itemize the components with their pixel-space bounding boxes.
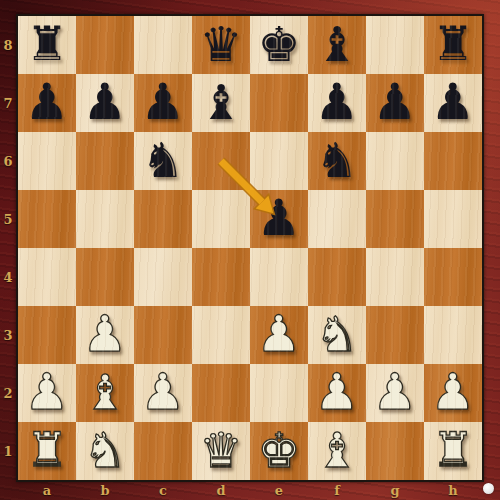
file-label-a: a bbox=[18, 481, 76, 500]
black-pawn-h7[interactable]: ♟ bbox=[424, 74, 482, 132]
black-bishop-d7[interactable]: ♝ bbox=[192, 74, 250, 132]
rank-label-4: 4 bbox=[0, 248, 16, 306]
square-f7[interactable]: ♟ bbox=[308, 74, 366, 132]
black-pawn-b7[interactable]: ♟ bbox=[76, 74, 134, 132]
black-pawn-a7[interactable]: ♟ bbox=[18, 74, 76, 132]
white-pawn-e3[interactable]: ♟ bbox=[250, 306, 308, 364]
white-pawn-a2[interactable]: ♟ bbox=[18, 364, 76, 422]
square-d4[interactable] bbox=[192, 248, 250, 306]
square-d8[interactable]: ♛ bbox=[192, 16, 250, 74]
square-e3[interactable]: ♟ bbox=[250, 306, 308, 364]
square-c8[interactable] bbox=[134, 16, 192, 74]
square-a1[interactable]: ♜ bbox=[18, 422, 76, 480]
square-g8[interactable] bbox=[366, 16, 424, 74]
square-g4[interactable] bbox=[366, 248, 424, 306]
square-f3[interactable]: ♞ bbox=[308, 306, 366, 364]
square-h2[interactable]: ♟ bbox=[424, 364, 482, 422]
file-label-g: g bbox=[366, 481, 424, 500]
square-g5[interactable] bbox=[366, 190, 424, 248]
white-bishop-b2[interactable]: ♝ bbox=[76, 364, 134, 422]
square-a8[interactable]: ♜ bbox=[18, 16, 76, 74]
file-label-c: c bbox=[134, 481, 192, 500]
square-b4[interactable] bbox=[76, 248, 134, 306]
white-rook-h1[interactable]: ♜ bbox=[424, 422, 482, 480]
white-pawn-c2[interactable]: ♟ bbox=[134, 364, 192, 422]
square-a4[interactable] bbox=[18, 248, 76, 306]
board-frame: ♜♛♚♝♜♟♟♟♝♟♟♟♞♞♟♟♟♞♟♝♟♟♟♟♜♞♛♚♝♜ 87654321 … bbox=[0, 0, 500, 500]
square-g7[interactable]: ♟ bbox=[366, 74, 424, 132]
square-h5[interactable] bbox=[424, 190, 482, 248]
square-c3[interactable] bbox=[134, 306, 192, 364]
square-b6[interactable] bbox=[76, 132, 134, 190]
square-c4[interactable] bbox=[134, 248, 192, 306]
black-pawn-f7[interactable]: ♟ bbox=[308, 74, 366, 132]
black-bishop-f8[interactable]: ♝ bbox=[308, 16, 366, 74]
square-f1[interactable]: ♝ bbox=[308, 422, 366, 480]
rank-label-2: 2 bbox=[0, 364, 16, 422]
black-pawn-g7[interactable]: ♟ bbox=[366, 74, 424, 132]
file-label-d: d bbox=[192, 481, 250, 500]
square-h4[interactable] bbox=[424, 248, 482, 306]
square-a6[interactable] bbox=[18, 132, 76, 190]
square-h1[interactable]: ♜ bbox=[424, 422, 482, 480]
square-h8[interactable]: ♜ bbox=[424, 16, 482, 74]
square-a2[interactable]: ♟ bbox=[18, 364, 76, 422]
black-pawn-c7[interactable]: ♟ bbox=[134, 74, 192, 132]
square-c5[interactable] bbox=[134, 190, 192, 248]
square-a3[interactable] bbox=[18, 306, 76, 364]
square-d1[interactable]: ♛ bbox=[192, 422, 250, 480]
square-g1[interactable] bbox=[366, 422, 424, 480]
black-rook-h8[interactable]: ♜ bbox=[424, 16, 482, 74]
black-knight-c6[interactable]: ♞ bbox=[134, 132, 192, 190]
file-label-f: f bbox=[308, 481, 366, 500]
square-f5[interactable] bbox=[308, 190, 366, 248]
square-f8[interactable]: ♝ bbox=[308, 16, 366, 74]
white-bishop-f1[interactable]: ♝ bbox=[308, 422, 366, 480]
white-queen-d1[interactable]: ♛ bbox=[192, 422, 250, 480]
black-rook-a8[interactable]: ♜ bbox=[18, 16, 76, 74]
black-pawn-e5[interactable]: ♟ bbox=[250, 190, 308, 248]
white-pawn-h2[interactable]: ♟ bbox=[424, 364, 482, 422]
square-h6[interactable] bbox=[424, 132, 482, 190]
rank-labels: 87654321 bbox=[0, 16, 16, 480]
square-e4[interactable] bbox=[250, 248, 308, 306]
square-c2[interactable]: ♟ bbox=[134, 364, 192, 422]
rank-label-3: 3 bbox=[0, 306, 16, 364]
chess-board: ♜♛♚♝♜♟♟♟♝♟♟♟♞♞♟♟♟♞♟♝♟♟♟♟♜♞♛♚♝♜ bbox=[16, 14, 484, 482]
white-pawn-g2[interactable]: ♟ bbox=[366, 364, 424, 422]
white-to-move-indicator bbox=[483, 483, 494, 494]
square-d5[interactable] bbox=[192, 190, 250, 248]
square-e6[interactable] bbox=[250, 132, 308, 190]
white-king-e1[interactable]: ♚ bbox=[250, 422, 308, 480]
white-knight-b1[interactable]: ♞ bbox=[76, 422, 134, 480]
square-e7[interactable] bbox=[250, 74, 308, 132]
square-f4[interactable] bbox=[308, 248, 366, 306]
square-b2[interactable]: ♝ bbox=[76, 364, 134, 422]
square-e1[interactable]: ♚ bbox=[250, 422, 308, 480]
rank-label-5: 5 bbox=[0, 190, 16, 248]
square-f2[interactable]: ♟ bbox=[308, 364, 366, 422]
rank-label-8: 8 bbox=[0, 16, 16, 74]
file-label-b: b bbox=[76, 481, 134, 500]
white-pawn-f2[interactable]: ♟ bbox=[308, 364, 366, 422]
square-b5[interactable] bbox=[76, 190, 134, 248]
square-d6[interactable] bbox=[192, 132, 250, 190]
file-label-h: h bbox=[424, 481, 482, 500]
rank-label-7: 7 bbox=[0, 74, 16, 132]
square-a5[interactable] bbox=[18, 190, 76, 248]
square-d3[interactable] bbox=[192, 306, 250, 364]
square-g2[interactable]: ♟ bbox=[366, 364, 424, 422]
square-e2[interactable] bbox=[250, 364, 308, 422]
file-label-e: e bbox=[250, 481, 308, 500]
square-g6[interactable] bbox=[366, 132, 424, 190]
square-b1[interactable]: ♞ bbox=[76, 422, 134, 480]
file-labels: abcdefgh bbox=[18, 481, 482, 500]
square-g3[interactable] bbox=[366, 306, 424, 364]
white-pawn-b3[interactable]: ♟ bbox=[76, 306, 134, 364]
black-queen-d8[interactable]: ♛ bbox=[192, 16, 250, 74]
white-knight-f3[interactable]: ♞ bbox=[308, 306, 366, 364]
square-b3[interactable]: ♟ bbox=[76, 306, 134, 364]
square-e5[interactable]: ♟ bbox=[250, 190, 308, 248]
square-h3[interactable] bbox=[424, 306, 482, 364]
square-d7[interactable]: ♝ bbox=[192, 74, 250, 132]
square-a7[interactable]: ♟ bbox=[18, 74, 76, 132]
black-knight-f6[interactable]: ♞ bbox=[308, 132, 366, 190]
square-c1[interactable] bbox=[134, 422, 192, 480]
white-rook-a1[interactable]: ♜ bbox=[18, 422, 76, 480]
square-d2[interactable] bbox=[192, 364, 250, 422]
black-king-e8[interactable]: ♚ bbox=[250, 16, 308, 74]
square-b8[interactable] bbox=[76, 16, 134, 74]
square-e8[interactable]: ♚ bbox=[250, 16, 308, 74]
square-h7[interactable]: ♟ bbox=[424, 74, 482, 132]
square-b7[interactable]: ♟ bbox=[76, 74, 134, 132]
square-c6[interactable]: ♞ bbox=[134, 132, 192, 190]
rank-label-6: 6 bbox=[0, 132, 16, 190]
square-f6[interactable]: ♞ bbox=[308, 132, 366, 190]
rank-label-1: 1 bbox=[0, 422, 16, 480]
square-c7[interactable]: ♟ bbox=[134, 74, 192, 132]
